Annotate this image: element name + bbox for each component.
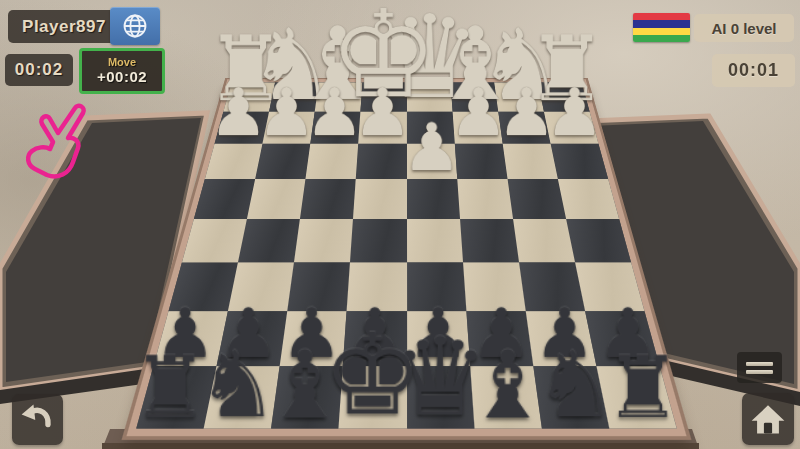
board-front-shadow: [102, 443, 699, 449]
square-c4[interactable]: [456, 179, 512, 218]
flag-stripe: [633, 35, 690, 42]
flag-stripe: [633, 13, 690, 20]
square-e8[interactable]: ♚: [338, 365, 406, 428]
square-b3[interactable]: [502, 143, 557, 178]
globe-icon: [121, 12, 149, 40]
home-button[interactable]: [742, 393, 794, 445]
opponent-name: AI 0 level: [711, 20, 776, 37]
square-b4[interactable]: [507, 179, 566, 218]
move-timer-panel: Move +00:02: [79, 48, 165, 94]
move-timer-increment: +00:02: [97, 68, 147, 85]
square-f3[interactable]: [305, 143, 358, 178]
square-e4[interactable]: [353, 179, 406, 218]
home-icon: [748, 399, 788, 439]
grip-bar: [746, 362, 773, 366]
square-c3[interactable]: [454, 143, 507, 178]
square-d4[interactable]: [406, 179, 459, 218]
square-h4[interactable]: [194, 179, 255, 218]
chess-board[interactable]: ♜♞♝♚♛♝♞♜♟♟♟♟♟♟♟♟♟♟♟♟♟♟♟♟♜♞♝♚♛♝♞♜: [126, 79, 686, 436]
square-b5[interactable]: [512, 218, 574, 262]
move-timer-label: Move: [108, 56, 136, 68]
opponent-clock-value: 00:01: [728, 60, 779, 81]
square-b2[interactable]: ♟: [498, 111, 550, 143]
piece-black-king[interactable]: ♚: [322, 320, 423, 432]
square-d3[interactable]: ♟: [406, 143, 456, 178]
flag-stripe: [633, 28, 690, 35]
square-e5[interactable]: [350, 218, 406, 262]
player-clock: 00:02: [5, 54, 73, 86]
square-g3[interactable]: [255, 143, 310, 178]
opponent-name-panel: AI 0 level: [694, 14, 794, 42]
piece-white-pawn[interactable]: ♟: [402, 115, 461, 181]
square-a2[interactable]: ♟: [543, 111, 598, 143]
piece-black-rook[interactable]: ♜: [605, 345, 681, 430]
square-h5[interactable]: [182, 218, 247, 262]
player-clock-value: 00:02: [15, 60, 63, 80]
flag-stripe: [633, 20, 690, 27]
square-g5[interactable]: [238, 218, 300, 262]
grip-bar: [746, 370, 773, 374]
undo-button[interactable]: [12, 394, 63, 445]
mauritius-flag: [633, 13, 690, 42]
undo-arrow-icon: [18, 400, 58, 440]
opponent-clock: 00:01: [712, 54, 795, 87]
square-f5[interactable]: [294, 218, 353, 262]
square-c5[interactable]: [459, 218, 518, 262]
piece-black-rook[interactable]: ♜: [131, 345, 207, 430]
square-h3[interactable]: [204, 143, 262, 178]
square-d5[interactable]: [406, 218, 462, 262]
tray-grip-handle[interactable]: [737, 352, 782, 383]
square-e2[interactable]: ♟: [358, 111, 406, 143]
square-a5[interactable]: [565, 218, 630, 262]
square-a4[interactable]: [557, 179, 618, 218]
hand-cursor-icon: [22, 100, 100, 192]
online-globe-button[interactable]: [110, 7, 160, 45]
game-screen: ♜♞♝♚♛♝♞♜♟♟♟♟♟♟♟♟♟♟♟♟♟♟♟♟♜♞♝♚♛♝♞♜ Player8…: [0, 0, 800, 449]
square-g4[interactable]: [247, 179, 306, 218]
player-name: Player897: [22, 17, 106, 37]
player-name-panel: Player897: [8, 10, 120, 43]
square-e3[interactable]: [356, 143, 406, 178]
square-f4[interactable]: [300, 179, 356, 218]
piece-white-pawn[interactable]: ♟: [545, 79, 604, 145]
square-a3[interactable]: [550, 143, 608, 178]
